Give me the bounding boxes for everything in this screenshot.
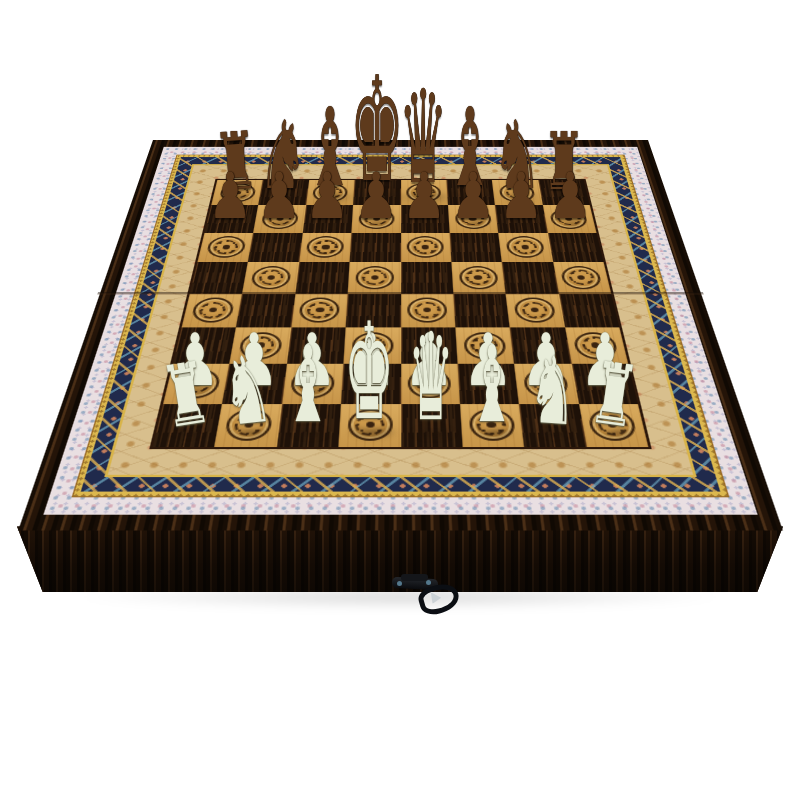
chess-piece-bP: ♟ xyxy=(208,165,253,229)
medallion-ornament xyxy=(560,266,603,289)
medallion-ornament xyxy=(204,236,245,258)
chess-piece-wN: ♞ xyxy=(525,343,580,439)
light-square xyxy=(197,233,253,262)
medallion-ornament xyxy=(250,266,292,289)
medallion-ornament xyxy=(458,266,498,289)
chess-piece-bP: ♟ xyxy=(305,165,350,229)
dark-square xyxy=(449,233,502,262)
light-square xyxy=(347,262,400,293)
chess-piece-bP: ♟ xyxy=(257,165,302,229)
light-square xyxy=(498,233,552,262)
chess-piece-wN: ♞ xyxy=(218,342,276,440)
chess-piece-bP: ♟ xyxy=(547,165,592,229)
chess-piece-bP: ♟ xyxy=(499,165,544,229)
medallion-ornament xyxy=(505,236,545,258)
dark-square xyxy=(349,233,400,262)
medallion-ornament xyxy=(306,236,345,258)
chess-piece-wB: ♝ xyxy=(468,332,515,438)
light-square xyxy=(451,262,506,293)
chess-piece-bP: ♟ xyxy=(402,165,447,229)
chess-piece-wQ: ♛ xyxy=(408,317,453,438)
chess-piece-wB: ♝ xyxy=(285,332,332,438)
light-square xyxy=(298,233,351,262)
chess-piece-wK: ♚ xyxy=(344,304,394,437)
dark-square xyxy=(295,262,350,293)
fold-seam xyxy=(97,292,704,294)
dark-square xyxy=(502,262,558,293)
chess-piece-bP: ♟ xyxy=(353,165,398,229)
dark-square xyxy=(547,233,603,262)
chess-piece-bP: ♟ xyxy=(450,165,495,229)
light-square xyxy=(242,262,298,293)
light-square xyxy=(552,262,610,293)
light-square xyxy=(400,233,451,262)
dark-square xyxy=(400,262,453,293)
dark-square xyxy=(248,233,302,262)
medallion-ornament xyxy=(354,266,393,289)
medallion-ornament xyxy=(406,236,444,258)
dark-square xyxy=(189,262,247,293)
product-photo: ♜♞♝♚♛♝♞♜♟♟♟♟♟♟♟♟♟♟♟♟♟♟♟♟♜♞♝♚♛♝♞♜ xyxy=(0,0,800,800)
